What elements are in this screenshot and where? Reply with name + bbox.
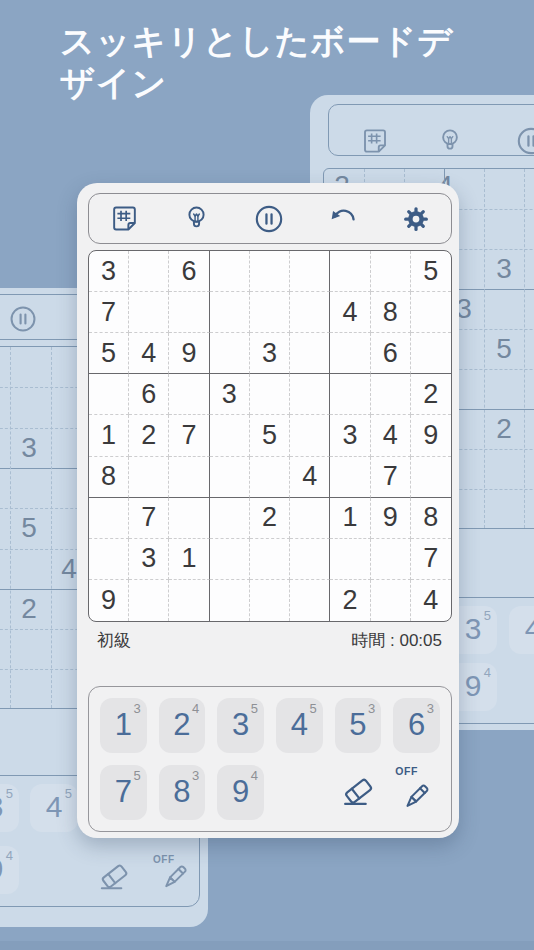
sudoku-cell-r6c5[interactable]: [250, 457, 290, 498]
sudoku-cell-r4c8[interactable]: [371, 374, 411, 415]
numpad-button-8[interactable]: 83: [159, 765, 206, 820]
sudoku-cell-r2c5[interactable]: [250, 292, 290, 333]
numpad-button-6[interactable]: 63: [393, 698, 440, 753]
sudoku-cell-r7c4[interactable]: [210, 498, 250, 539]
sudoku-cell-r3c3[interactable]: 9: [169, 333, 209, 374]
background-cell-number: 3: [496, 253, 512, 285]
sudoku-cell-r3c6[interactable]: [290, 333, 330, 374]
eraser-icon: [340, 776, 376, 810]
sudoku-cell-r6c6[interactable]: 4: [290, 457, 330, 498]
numpad-button-9[interactable]: 94: [217, 765, 264, 820]
sudoku-cell-r1c2[interactable]: [129, 251, 169, 292]
sudoku-cell-r3c5[interactable]: 3: [250, 333, 290, 374]
sudoku-cell-r1c4[interactable]: [210, 251, 250, 292]
sudoku-cell-r3c4[interactable]: [210, 333, 250, 374]
sudoku-cell-r4c3[interactable]: [169, 374, 209, 415]
sudoku-cell-r5c8[interactable]: 4: [371, 415, 411, 456]
difficulty-label: 初級: [97, 629, 131, 652]
background-numpad-button: 4 5: [30, 784, 78, 832]
settings-gear-icon: [401, 204, 431, 234]
numpad-digit: 3: [0, 790, 3, 824]
numpad-button-3[interactable]: 35: [217, 698, 264, 753]
memo-board-icon: [109, 203, 140, 234]
numpad-button-2[interactable]: 24: [159, 698, 206, 753]
sudoku-cell-r5c3[interactable]: 7: [169, 415, 209, 456]
sudoku-cell-r9c9[interactable]: 4: [411, 580, 451, 621]
settings-button[interactable]: [401, 204, 431, 234]
sudoku-cell-r5c4[interactable]: [210, 415, 250, 456]
sudoku-cell-r7c5[interactable]: 2: [250, 498, 290, 539]
sudoku-cell-r8c1[interactable]: [89, 539, 129, 580]
undo-button[interactable]: [327, 202, 360, 235]
sudoku-cell-r5c1[interactable]: 1: [89, 415, 129, 456]
background-cell-number: 3: [21, 432, 37, 464]
background-numpad-button: 4: [509, 606, 534, 654]
sudoku-cell-r2c4[interactable]: [210, 292, 250, 333]
numpad-spacer: [276, 765, 323, 820]
sudoku-cell-r9c6[interactable]: [290, 580, 330, 621]
sudoku-cell-r4c1[interactable]: [89, 374, 129, 415]
sudoku-cell-r9c4[interactable]: [210, 580, 250, 621]
sudoku-cell-r2c1[interactable]: 7: [89, 292, 129, 333]
sudoku-cell-r4c4[interactable]: 3: [210, 374, 250, 415]
eraser-icon: [97, 862, 131, 898]
pause-icon: [7, 303, 39, 339]
sudoku-cell-r9c3[interactable]: [169, 580, 209, 621]
sudoku-cell-r1c1[interactable]: 3: [89, 251, 129, 292]
sudoku-cell-r8c3[interactable]: 1: [169, 539, 209, 580]
sudoku-cell-r6c4[interactable]: [210, 457, 250, 498]
hint-button[interactable]: [181, 203, 212, 234]
background-numpad-button: 3 5: [0, 784, 19, 832]
pencil-mode-label: OFF: [153, 854, 175, 865]
sudoku-cell-r1c9[interactable]: 5: [411, 251, 451, 292]
pause-button[interactable]: [252, 202, 286, 236]
pause-icon: [252, 202, 286, 236]
sudoku-cell-r7c2[interactable]: 7: [129, 498, 169, 539]
background-cell-number: 5: [21, 512, 37, 544]
sudoku-cell-r6c9[interactable]: [411, 457, 451, 498]
pause-icon: [514, 124, 534, 162]
background-cell-number: 4: [61, 553, 77, 585]
sudoku-cell-r6c8[interactable]: 7: [371, 457, 411, 498]
pencil-icon: [159, 861, 191, 897]
sudoku-cell-r3c7[interactable]: [330, 333, 370, 374]
numpad-digit: 9: [465, 669, 482, 703]
numpad-count: 4: [6, 848, 13, 863]
sudoku-cell-r2c7[interactable]: 4: [330, 292, 370, 333]
sudoku-cell-r2c2[interactable]: [129, 292, 169, 333]
numpad-count: 4: [484, 665, 491, 680]
sudoku-cell-r8c9[interactable]: 7: [411, 539, 451, 580]
sudoku-cell-r8c6[interactable]: [290, 539, 330, 580]
numpad-digit: 4: [525, 612, 534, 646]
sudoku-cell-r3c1[interactable]: 5: [89, 333, 129, 374]
numpad-digit: 9: [0, 852, 3, 886]
sudoku-cell-r7c3[interactable]: [169, 498, 209, 539]
sudoku-game-card: 36574854936632127534984772198317924 初級 時…: [77, 183, 459, 838]
sudoku-cell-r8c4[interactable]: [210, 539, 250, 580]
sudoku-cell-r7c6[interactable]: [290, 498, 330, 539]
sudoku-cell-r6c2[interactable]: [129, 457, 169, 498]
numpad-button-4[interactable]: 45: [276, 698, 323, 753]
sudoku-cell-r1c6[interactable]: [290, 251, 330, 292]
numpad-digit: 4: [46, 790, 63, 824]
sudoku-cell-r7c7[interactable]: 1: [330, 498, 370, 539]
sudoku-cell-r2c9[interactable]: [411, 292, 451, 333]
eraser-button[interactable]: [335, 765, 382, 820]
timer-label: 時間 : 00:05: [351, 629, 442, 652]
sudoku-cell-r9c2[interactable]: [129, 580, 169, 621]
sudoku-cell-r1c3[interactable]: 6: [169, 251, 209, 292]
pencil-icon: [400, 780, 433, 813]
background-cell-number: 2: [21, 593, 37, 625]
sudoku-cell-r3c9[interactable]: [411, 333, 451, 374]
sudoku-cell-r2c6[interactable]: [290, 292, 330, 333]
background-cell-number: 5: [496, 333, 512, 365]
background-numpad-button: 9 4: [0, 846, 19, 894]
sudoku-cell-r3c2[interactable]: 4: [129, 333, 169, 374]
numpad-button-1[interactable]: 13: [100, 698, 147, 753]
hint-bulb-icon: [181, 203, 212, 234]
number-pad: 132435455363758394 OFF: [88, 686, 452, 832]
sudoku-board: 36574854936632127534984772198317924: [88, 250, 452, 622]
pencil-mode-label: OFF: [395, 765, 418, 777]
numpad-count: 5: [6, 786, 13, 801]
sudoku-cell-r4c5[interactable]: [250, 374, 290, 415]
hint-bulb-icon: [435, 126, 465, 160]
undo-icon: [327, 202, 360, 235]
sudoku-cell-r1c7[interactable]: [330, 251, 370, 292]
sudoku-cell-r9c5[interactable]: [250, 580, 290, 621]
sudoku-cell-r7c1[interactable]: [89, 498, 129, 539]
sudoku-cell-r8c2[interactable]: 3: [129, 539, 169, 580]
numpad-button-5[interactable]: 53: [335, 698, 382, 753]
pencil-mode-button[interactable]: OFF: [393, 765, 440, 820]
sudoku-cell-r2c3[interactable]: [169, 292, 209, 333]
numpad-count: 5: [65, 786, 72, 801]
sudoku-cell-r5c9[interactable]: 9: [411, 415, 451, 456]
background-right-toolbar: [328, 104, 534, 156]
sudoku-cell-r8c7[interactable]: [330, 539, 370, 580]
numpad-button-7[interactable]: 75: [100, 765, 147, 820]
memo-board-icon: [360, 126, 390, 160]
sudoku-cell-r9c7[interactable]: 2: [330, 580, 370, 621]
sudoku-cell-r9c8[interactable]: [371, 580, 411, 621]
sudoku-cell-r1c5[interactable]: [250, 251, 290, 292]
sudoku-cell-r4c9[interactable]: 2: [411, 374, 451, 415]
sudoku-cell-r3c8[interactable]: 6: [371, 333, 411, 374]
background-cell-number: 2: [496, 413, 512, 445]
bottom-band: [0, 941, 534, 950]
sudoku-cell-r6c1[interactable]: 8: [89, 457, 129, 498]
sudoku-cell-r7c9[interactable]: 8: [411, 498, 451, 539]
sudoku-cell-r6c3[interactable]: [169, 457, 209, 498]
sudoku-cell-r2c8[interactable]: 8: [371, 292, 411, 333]
numpad-digit: 3: [465, 612, 482, 646]
sudoku-cell-r5c5[interactable]: 5: [250, 415, 290, 456]
sudoku-cell-r8c8[interactable]: [371, 539, 411, 580]
sudoku-cell-r1c8[interactable]: [371, 251, 411, 292]
sudoku-cell-r4c7[interactable]: [330, 374, 370, 415]
app-screen: スッキリとしたボードデザイン 3 5 4 2 3 5 4 5: [0, 0, 534, 950]
sudoku-cell-r6c7[interactable]: [330, 457, 370, 498]
sudoku-cell-r5c6[interactable]: [290, 415, 330, 456]
numpad-count: 5: [484, 608, 491, 623]
sudoku-cell-r9c1[interactable]: 9: [89, 580, 129, 621]
status-row: 初級 時間 : 00:05: [97, 627, 442, 653]
memo-board-button[interactable]: [109, 203, 140, 234]
toolbar: [88, 193, 452, 244]
sudoku-cell-r8c5[interactable]: [250, 539, 290, 580]
sudoku-cell-r5c7[interactable]: 3: [330, 415, 370, 456]
sudoku-cell-r5c2[interactable]: 2: [129, 415, 169, 456]
sudoku-cell-r4c6[interactable]: [290, 374, 330, 415]
sudoku-cell-r7c8[interactable]: 9: [371, 498, 411, 539]
page-title: スッキリとしたボードデザイン: [60, 20, 484, 104]
sudoku-cell-r4c2[interactable]: 6: [129, 374, 169, 415]
